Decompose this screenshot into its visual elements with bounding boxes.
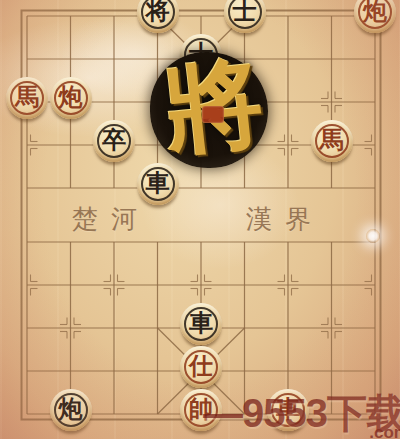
piece-glyph: 仕 xyxy=(180,345,222,387)
piece-glyph: 士 xyxy=(224,0,266,32)
piece-red-cannon-2[interactable]: 炮 xyxy=(50,77,92,119)
piece-glyph: 将 xyxy=(137,0,179,32)
piece-black-general[interactable]: 将 xyxy=(137,0,179,33)
piece-red-chariot-1[interactable]: 車 xyxy=(267,389,309,431)
river-label-chu-he: 楚河 xyxy=(72,202,150,237)
piece-glyph: 士 xyxy=(180,33,222,75)
piece-glyph: 馬 xyxy=(311,119,353,161)
piece-red-horse-1[interactable]: 馬 xyxy=(6,77,48,119)
piece-black-chariot-1[interactable]: 車 xyxy=(137,163,179,205)
sparkle-glow-icon xyxy=(366,229,380,243)
piece-glyph: 炮 xyxy=(354,0,396,32)
piece-black-advisor-2[interactable]: 士 xyxy=(180,34,222,76)
piece-glyph: 帥 xyxy=(180,388,222,430)
piece-glyph: 車 xyxy=(180,302,222,344)
river-label-han-jie: 漢界 xyxy=(246,202,324,237)
xiangqi-app: 楚河 漢界 将士炮士馬炮卒馬車車仕炮帥車 將 —9553下载 .com xyxy=(0,0,400,439)
piece-black-advisor-1[interactable]: 士 xyxy=(224,0,266,33)
piece-glyph: 炮 xyxy=(50,76,92,118)
piece-glyph: 車 xyxy=(137,162,179,204)
piece-black-chariot-2[interactable]: 車 xyxy=(180,303,222,345)
piece-red-horse-2[interactable]: 馬 xyxy=(311,120,353,162)
piece-black-pawn-1[interactable]: 卒 xyxy=(93,120,135,162)
piece-red-general[interactable]: 帥 xyxy=(180,389,222,431)
piece-red-cannon-1[interactable]: 炮 xyxy=(354,0,396,33)
piece-red-advisor-1[interactable]: 仕 xyxy=(180,346,222,388)
piece-glyph: 車 xyxy=(267,388,309,430)
piece-glyph: 卒 xyxy=(93,119,135,161)
piece-black-cannon-1[interactable]: 炮 xyxy=(50,389,92,431)
piece-glyph: 馬 xyxy=(6,76,48,118)
piece-glyph: 炮 xyxy=(50,388,92,430)
